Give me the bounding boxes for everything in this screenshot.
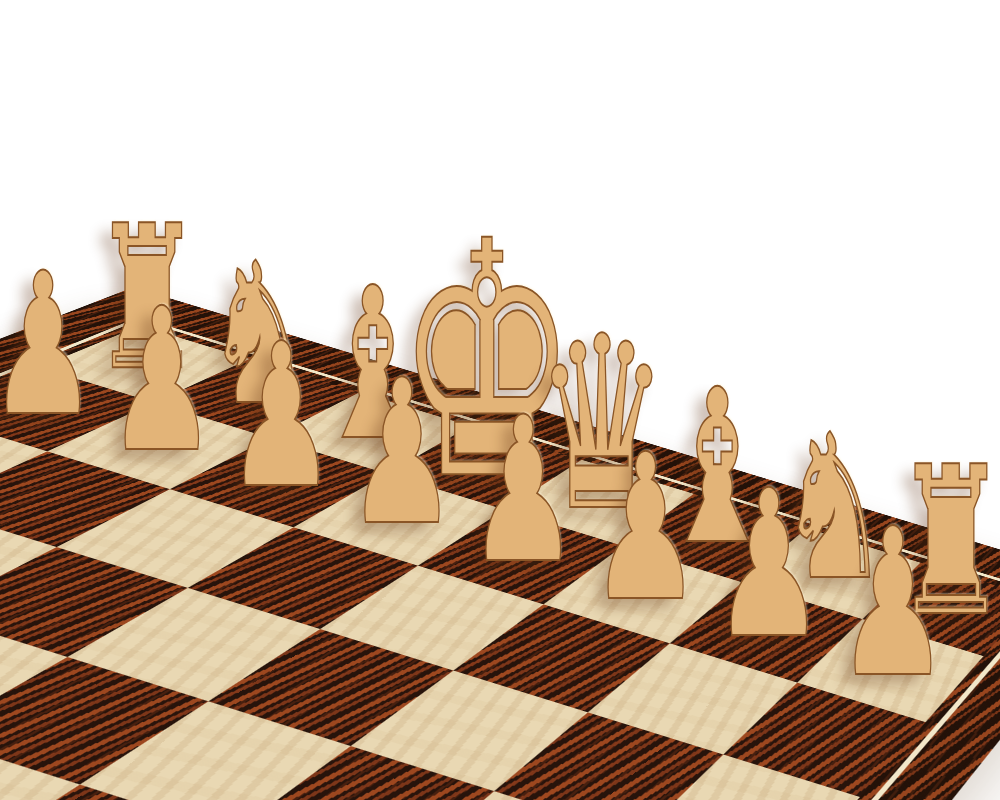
product-photo-canvas: ♜♞♝♚♛♝♞♜♟♟♟♟♟♟♟♟ xyxy=(0,0,1000,800)
chessboard xyxy=(0,287,1000,800)
board-squares xyxy=(0,326,1000,800)
